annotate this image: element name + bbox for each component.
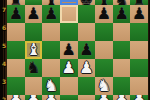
white-knight: ♞ [44,78,58,94]
square-g5[interactable] [113,41,131,59]
square-b4[interactable]: ♞ [25,59,43,77]
white-pawn: ♟ [44,95,58,100]
square-a6[interactable] [7,23,25,41]
square-f2[interactable]: ♟ [95,95,113,100]
white-pawn: ♟ [26,95,40,100]
square-c3[interactable]: ♞ [42,77,60,95]
square-c5[interactable] [42,41,60,59]
black-pawn: ♟ [62,42,76,58]
rank-label-2: 2 [1,97,7,100]
black-pawn: ♟ [44,6,58,22]
square-a4[interactable] [7,59,25,77]
square-c2[interactable]: ♟ [42,95,60,100]
chess-app-screen: 765432 ♜♝♚♝♞♜♟♟♟♟♟♟♝♟♟♞♟♟♞♞♟♟♟♟♟♟ [0,0,150,100]
square-h2[interactable]: ♟ [130,95,148,100]
square-g6[interactable] [113,23,131,41]
square-b5[interactable]: ♝ [25,41,43,59]
rank-label-6: 6 [1,25,7,31]
white-pawn: ♟ [62,60,76,76]
rank-label-4: 4 [1,61,7,67]
white-bishop: ♝ [26,42,40,58]
square-f7[interactable]: ♟ [95,5,113,23]
white-pawn: ♟ [114,95,128,100]
square-d5[interactable]: ♟ [60,41,78,59]
rank-label-7: 7 [1,7,7,13]
square-e7[interactable] [78,5,96,23]
square-d3[interactable] [60,77,78,95]
rank-label-5: 5 [1,43,7,49]
square-h7[interactable]: ♟ [130,5,148,23]
square-g7[interactable]: ♟ [113,5,131,23]
square-d4[interactable]: ♟ [60,59,78,77]
black-knight: ♞ [26,60,40,76]
square-a2[interactable]: ♟ [7,95,25,100]
square-f6[interactable] [95,23,113,41]
square-e6[interactable] [78,23,96,41]
white-knight: ♞ [97,78,111,94]
square-g2[interactable]: ♟ [113,95,131,100]
square-b7[interactable]: ♟ [25,5,43,23]
black-pawn: ♟ [132,6,146,22]
square-e2[interactable] [78,95,96,100]
board-right-border [148,0,150,100]
square-c7[interactable]: ♟ [42,5,60,23]
black-pawn: ♟ [79,42,93,58]
chess-board-grid: ♜♝♚♝♞♜♟♟♟♟♟♟♝♟♟♞♟♟♞♞♟♟♟♟♟♟ [7,0,148,100]
square-h6[interactable] [130,23,148,41]
square-h4[interactable] [130,59,148,77]
square-e3[interactable] [78,77,96,95]
square-f4[interactable] [95,59,113,77]
white-pawn: ♟ [97,95,111,100]
square-d2[interactable] [60,95,78,100]
square-a7[interactable]: ♟ [7,5,25,23]
rank-coordinates: 765432 [0,0,7,100]
square-g4[interactable] [113,59,131,77]
square-b2[interactable]: ♟ [25,95,43,100]
black-pawn: ♟ [97,6,111,22]
square-f5[interactable] [95,41,113,59]
square-h3[interactable] [130,77,148,95]
square-c6[interactable] [42,23,60,41]
square-e5[interactable]: ♟ [78,41,96,59]
rank-label-3: 3 [1,79,7,85]
square-g3[interactable] [113,77,131,95]
square-f3[interactable]: ♞ [95,77,113,95]
white-pawn: ♟ [132,95,146,100]
square-b3[interactable] [25,77,43,95]
square-d6[interactable] [60,23,78,41]
black-pawn: ♟ [114,6,128,22]
square-c4[interactable] [42,59,60,77]
square-b6[interactable] [25,23,43,41]
white-pawn: ♟ [79,60,93,76]
black-pawn: ♟ [26,6,40,22]
black-pawn: ♟ [9,6,23,22]
white-pawn: ♟ [9,95,23,100]
square-a5[interactable] [7,41,25,59]
square-h5[interactable] [130,41,148,59]
square-e4[interactable]: ♟ [78,59,96,77]
square-a3[interactable] [7,77,25,95]
square-d7[interactable] [60,5,78,23]
